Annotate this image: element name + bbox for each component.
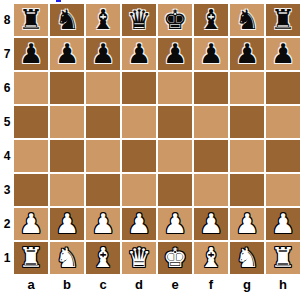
white-pawn-h2[interactable]: ♟ bbox=[271, 210, 295, 237]
black-bishop-c8[interactable]: ♝ bbox=[91, 6, 115, 33]
square-h4[interactable] bbox=[266, 140, 300, 172]
black-pawn-e7[interactable]: ♟ bbox=[163, 40, 187, 67]
chess-board[interactable]: ♜♞♝♛♚♝♞♜♟♟♟♟♟♟♟♟♟♟♟♟♟♟♟♟♜♞♝♛♚♝♞♜ bbox=[14, 4, 300, 274]
square-a3[interactable] bbox=[14, 174, 48, 206]
square-a5[interactable] bbox=[14, 106, 48, 138]
square-c2[interactable]: ♟ bbox=[86, 208, 120, 240]
square-d7[interactable]: ♟ bbox=[122, 38, 156, 70]
square-g7[interactable]: ♟ bbox=[230, 38, 264, 70]
square-d1[interactable]: ♛ bbox=[122, 242, 156, 274]
black-bishop-f8[interactable]: ♝ bbox=[199, 6, 223, 33]
square-h7[interactable]: ♟ bbox=[266, 38, 300, 70]
square-e6[interactable] bbox=[158, 72, 192, 104]
square-f8[interactable]: ♝ bbox=[194, 4, 228, 36]
square-a1[interactable]: ♜ bbox=[14, 242, 48, 274]
square-e7[interactable]: ♟ bbox=[158, 38, 192, 70]
black-pawn-g7[interactable]: ♟ bbox=[235, 40, 259, 67]
rank-label-1: 1 bbox=[0, 242, 14, 274]
square-b8[interactable]: ♞ bbox=[50, 4, 84, 36]
black-pawn-d7[interactable]: ♟ bbox=[127, 40, 151, 67]
square-e2[interactable]: ♟ bbox=[158, 208, 192, 240]
square-f7[interactable]: ♟ bbox=[194, 38, 228, 70]
square-e5[interactable] bbox=[158, 106, 192, 138]
square-e3[interactable] bbox=[158, 174, 192, 206]
square-g3[interactable] bbox=[230, 174, 264, 206]
square-a7[interactable]: ♟ bbox=[14, 38, 48, 70]
rank-label-6: 6 bbox=[0, 72, 14, 104]
square-f6[interactable] bbox=[194, 72, 228, 104]
rank-label-4: 4 bbox=[0, 140, 14, 172]
black-pawn-a7[interactable]: ♟ bbox=[19, 40, 43, 67]
rank-label-7: 7 bbox=[0, 38, 14, 70]
square-d6[interactable] bbox=[122, 72, 156, 104]
white-bishop-c1[interactable]: ♝ bbox=[91, 244, 115, 271]
square-d8[interactable]: ♛ bbox=[122, 4, 156, 36]
square-c7[interactable]: ♟ bbox=[86, 38, 120, 70]
rank-label-5: 5 bbox=[0, 106, 14, 138]
white-rook-h1[interactable]: ♜ bbox=[271, 244, 295, 271]
black-knight-b8[interactable]: ♞ bbox=[55, 6, 79, 33]
chess-board-window: 87654321 ♜♞♝♛♚♝♞♜♟♟♟♟♟♟♟♟♟♟♟♟♟♟♟♟♜♞♝♛♚♝♞… bbox=[0, 0, 304, 294]
square-c1[interactable]: ♝ bbox=[86, 242, 120, 274]
square-c8[interactable]: ♝ bbox=[86, 4, 120, 36]
file-label-a: a bbox=[14, 276, 48, 292]
square-a8[interactable]: ♜ bbox=[14, 4, 48, 36]
square-g4[interactable] bbox=[230, 140, 264, 172]
square-b5[interactable] bbox=[50, 106, 84, 138]
square-b7[interactable]: ♟ bbox=[50, 38, 84, 70]
file-label-d: d bbox=[122, 276, 156, 292]
square-g2[interactable]: ♟ bbox=[230, 208, 264, 240]
white-pawn-f2[interactable]: ♟ bbox=[199, 210, 223, 237]
black-pawn-f7[interactable]: ♟ bbox=[199, 40, 223, 67]
white-pawn-d2[interactable]: ♟ bbox=[127, 210, 151, 237]
white-king-e1[interactable]: ♚ bbox=[163, 244, 187, 271]
square-h1[interactable]: ♜ bbox=[266, 242, 300, 274]
square-d3[interactable] bbox=[122, 174, 156, 206]
black-rook-h8[interactable]: ♜ bbox=[271, 6, 295, 33]
square-g6[interactable] bbox=[230, 72, 264, 104]
white-knight-b1[interactable]: ♞ bbox=[55, 244, 79, 271]
square-c6[interactable] bbox=[86, 72, 120, 104]
rank-label-8: 8 bbox=[0, 4, 14, 36]
square-b6[interactable] bbox=[50, 72, 84, 104]
white-pawn-e2[interactable]: ♟ bbox=[163, 210, 187, 237]
white-pawn-b2[interactable]: ♟ bbox=[55, 210, 79, 237]
black-rook-a8[interactable]: ♜ bbox=[19, 6, 43, 33]
square-a4[interactable] bbox=[14, 140, 48, 172]
white-knight-g1[interactable]: ♞ bbox=[235, 244, 259, 271]
square-g8[interactable]: ♞ bbox=[230, 4, 264, 36]
white-pawn-c2[interactable]: ♟ bbox=[91, 210, 115, 237]
square-g5[interactable] bbox=[230, 106, 264, 138]
square-e4[interactable] bbox=[158, 140, 192, 172]
square-d4[interactable] bbox=[122, 140, 156, 172]
rank-labels: 87654321 bbox=[0, 4, 14, 274]
file-label-f: f bbox=[194, 276, 228, 292]
square-h5[interactable] bbox=[266, 106, 300, 138]
file-label-b: b bbox=[50, 276, 84, 292]
square-e1[interactable]: ♚ bbox=[158, 242, 192, 274]
black-king-e8[interactable]: ♚ bbox=[163, 6, 187, 33]
white-rook-a1[interactable]: ♜ bbox=[19, 244, 43, 271]
black-pawn-b7[interactable]: ♟ bbox=[55, 40, 79, 67]
square-f2[interactable]: ♟ bbox=[194, 208, 228, 240]
square-b2[interactable]: ♟ bbox=[50, 208, 84, 240]
square-d5[interactable] bbox=[122, 106, 156, 138]
square-h8[interactable]: ♜ bbox=[266, 4, 300, 36]
square-f1[interactable]: ♝ bbox=[194, 242, 228, 274]
square-f4[interactable] bbox=[194, 140, 228, 172]
square-c5[interactable] bbox=[86, 106, 120, 138]
black-pawn-h7[interactable]: ♟ bbox=[271, 40, 295, 67]
black-knight-g8[interactable]: ♞ bbox=[235, 6, 259, 33]
square-b3[interactable] bbox=[50, 174, 84, 206]
black-queen-d8[interactable]: ♛ bbox=[127, 6, 151, 33]
white-bishop-f1[interactable]: ♝ bbox=[199, 244, 223, 271]
square-f5[interactable] bbox=[194, 106, 228, 138]
square-g1[interactable]: ♞ bbox=[230, 242, 264, 274]
square-e8[interactable]: ♚ bbox=[158, 4, 192, 36]
rank-label-2: 2 bbox=[0, 208, 14, 240]
square-b1[interactable]: ♞ bbox=[50, 242, 84, 274]
square-h2[interactable]: ♟ bbox=[266, 208, 300, 240]
file-labels: abcdefgh bbox=[14, 276, 300, 292]
file-label-c: c bbox=[86, 276, 120, 292]
white-pawn-a2[interactable]: ♟ bbox=[19, 210, 43, 237]
white-queen-d1[interactable]: ♛ bbox=[127, 244, 151, 271]
square-d2[interactable]: ♟ bbox=[122, 208, 156, 240]
square-h3[interactable] bbox=[266, 174, 300, 206]
cropped-top-artifact bbox=[56, 0, 61, 2]
file-label-h: h bbox=[266, 276, 300, 292]
file-label-e: e bbox=[158, 276, 192, 292]
square-c3[interactable] bbox=[86, 174, 120, 206]
black-pawn-c7[interactable]: ♟ bbox=[91, 40, 115, 67]
square-a2[interactable]: ♟ bbox=[14, 208, 48, 240]
square-h6[interactable] bbox=[266, 72, 300, 104]
rank-label-3: 3 bbox=[0, 174, 14, 206]
square-b4[interactable] bbox=[50, 140, 84, 172]
square-a6[interactable] bbox=[14, 72, 48, 104]
square-f3[interactable] bbox=[194, 174, 228, 206]
square-c4[interactable] bbox=[86, 140, 120, 172]
white-pawn-g2[interactable]: ♟ bbox=[235, 210, 259, 237]
file-label-g: g bbox=[230, 276, 264, 292]
